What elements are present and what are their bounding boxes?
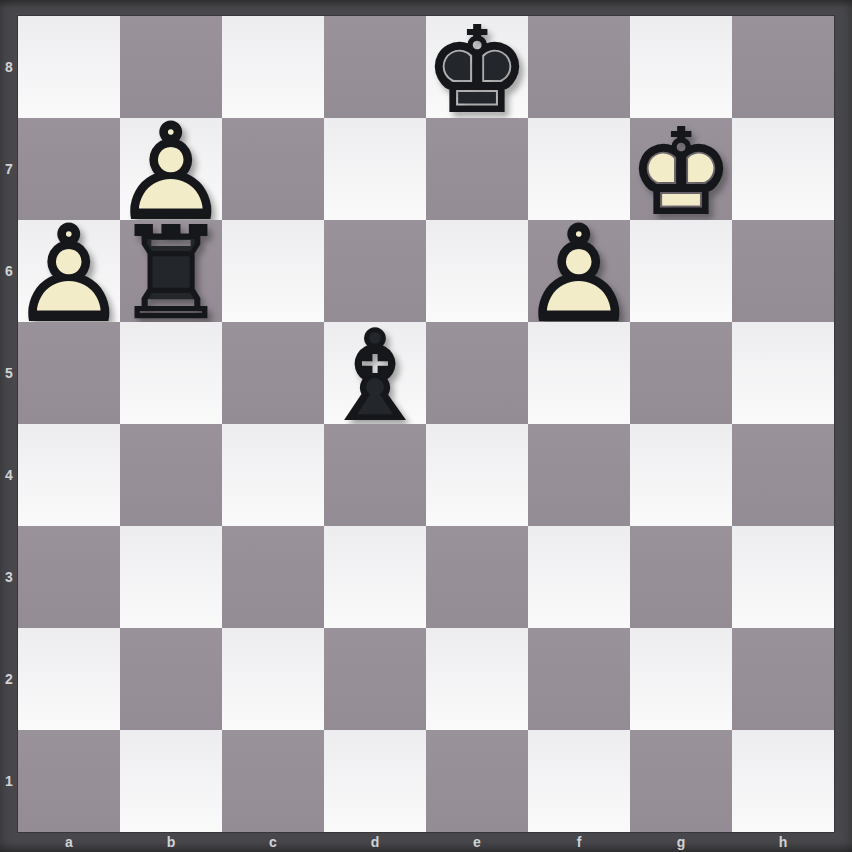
square-d2[interactable]: [324, 628, 426, 730]
square-h3[interactable]: [732, 526, 834, 628]
white-pawn[interactable]: ♟♙: [528, 220, 630, 322]
square-a2[interactable]: [18, 628, 120, 730]
square-e1[interactable]: [426, 730, 528, 832]
square-c6[interactable]: [222, 220, 324, 322]
square-f6[interactable]: ♟♙: [528, 220, 630, 322]
chessboard-frame: 87654321 abcdefgh ♚♔♟♙♚♔♟♙♜♖♟♙♝♗: [0, 0, 852, 852]
white-king[interactable]: ♚♔: [630, 118, 732, 220]
black-bishop[interactable]: ♝♗: [324, 322, 426, 424]
square-g7[interactable]: ♚♔: [630, 118, 732, 220]
white-pawn[interactable]: ♟♙: [18, 220, 120, 322]
square-c8[interactable]: [222, 16, 324, 118]
file-label-d: d: [324, 832, 426, 852]
white-pawn-outline-glyph: ♙: [528, 223, 630, 325]
square-b2[interactable]: [120, 628, 222, 730]
square-b4[interactable]: [120, 424, 222, 526]
rank-label-2: 2: [0, 628, 18, 730]
square-f8[interactable]: [528, 16, 630, 118]
square-c5[interactable]: [222, 322, 324, 424]
square-g1[interactable]: [630, 730, 732, 832]
square-g4[interactable]: [630, 424, 732, 526]
square-d7[interactable]: [324, 118, 426, 220]
square-e8[interactable]: ♚♔: [426, 16, 528, 118]
square-f4[interactable]: [528, 424, 630, 526]
square-f3[interactable]: [528, 526, 630, 628]
square-h5[interactable]: [732, 322, 834, 424]
square-c2[interactable]: [222, 628, 324, 730]
square-d5[interactable]: ♝♗: [324, 322, 426, 424]
square-g3[interactable]: [630, 526, 732, 628]
square-d3[interactable]: [324, 526, 426, 628]
square-h7[interactable]: [732, 118, 834, 220]
square-e4[interactable]: [426, 424, 528, 526]
square-h8[interactable]: [732, 16, 834, 118]
square-b1[interactable]: [120, 730, 222, 832]
square-h6[interactable]: [732, 220, 834, 322]
file-label-b: b: [120, 832, 222, 852]
black-king[interactable]: ♚♔: [426, 16, 528, 118]
square-a4[interactable]: [18, 424, 120, 526]
square-b5[interactable]: [120, 322, 222, 424]
square-g2[interactable]: [630, 628, 732, 730]
rank-label-3: 3: [0, 526, 18, 628]
square-a5[interactable]: [18, 322, 120, 424]
file-label-e: e: [426, 832, 528, 852]
rank-label-8: 8: [0, 16, 18, 118]
square-c1[interactable]: [222, 730, 324, 832]
square-c7[interactable]: [222, 118, 324, 220]
square-d1[interactable]: [324, 730, 426, 832]
black-bishop-outline-glyph: ♗: [324, 325, 426, 427]
square-f1[interactable]: [528, 730, 630, 832]
file-label-h: h: [732, 832, 834, 852]
square-a6[interactable]: ♟♙: [18, 220, 120, 322]
file-label-g: g: [630, 832, 732, 852]
square-b3[interactable]: [120, 526, 222, 628]
square-e3[interactable]: [426, 526, 528, 628]
rank-label-4: 4: [0, 424, 18, 526]
square-e5[interactable]: [426, 322, 528, 424]
rank-labels: 87654321: [0, 16, 18, 832]
black-rook[interactable]: ♜♖: [120, 220, 222, 322]
square-d8[interactable]: [324, 16, 426, 118]
square-f2[interactable]: [528, 628, 630, 730]
square-a8[interactable]: [18, 16, 120, 118]
square-e7[interactable]: [426, 118, 528, 220]
file-label-a: a: [18, 832, 120, 852]
square-f5[interactable]: [528, 322, 630, 424]
file-label-f: f: [528, 832, 630, 852]
board: ♚♔♟♙♚♔♟♙♜♖♟♙♝♗: [18, 16, 834, 832]
square-a1[interactable]: [18, 730, 120, 832]
square-h2[interactable]: [732, 628, 834, 730]
square-e2[interactable]: [426, 628, 528, 730]
square-e6[interactable]: [426, 220, 528, 322]
rank-label-1: 1: [0, 730, 18, 832]
file-labels: abcdefgh: [18, 832, 834, 852]
black-rook-outline-glyph: ♖: [120, 223, 222, 325]
white-pawn-outline-glyph: ♙: [18, 223, 120, 325]
square-a3[interactable]: [18, 526, 120, 628]
file-label-c: c: [222, 832, 324, 852]
black-king-outline-glyph: ♔: [426, 19, 528, 121]
square-c3[interactable]: [222, 526, 324, 628]
square-h1[interactable]: [732, 730, 834, 832]
white-king-outline-glyph: ♔: [630, 121, 732, 223]
square-g5[interactable]: [630, 322, 732, 424]
square-h4[interactable]: [732, 424, 834, 526]
square-c4[interactable]: [222, 424, 324, 526]
square-b6[interactable]: ♜♖: [120, 220, 222, 322]
square-g6[interactable]: [630, 220, 732, 322]
square-d4[interactable]: [324, 424, 426, 526]
